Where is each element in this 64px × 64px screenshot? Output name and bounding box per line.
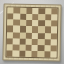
board-playing-area: [5, 6, 58, 58]
board-grid: [6, 7, 57, 57]
photo-background: [0, 0, 64, 64]
chessboard: [2, 3, 61, 61]
board-square: [50, 51, 56, 57]
